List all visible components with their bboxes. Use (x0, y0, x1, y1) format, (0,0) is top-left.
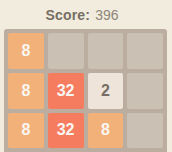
score-label: Score: (45, 7, 90, 23)
score-value: 396 (95, 7, 118, 23)
tile-32: 32 (48, 73, 84, 109)
game-board[interactable]: 883228328 (4, 29, 167, 152)
tile-8: 8 (8, 73, 44, 109)
empty-cell (127, 113, 163, 149)
score-display: Score: 396 (0, 0, 164, 29)
tile-8: 8 (88, 113, 124, 149)
tile-8: 8 (8, 33, 44, 69)
game-2048-app: Score: 396 883228328 (0, 0, 172, 152)
tile-2: 2 (88, 73, 124, 109)
empty-cell (127, 33, 163, 69)
tile-32: 32 (48, 113, 84, 149)
tile-8: 8 (8, 113, 44, 149)
empty-cell (88, 33, 124, 69)
empty-cell (127, 73, 163, 109)
empty-cell (48, 33, 84, 69)
